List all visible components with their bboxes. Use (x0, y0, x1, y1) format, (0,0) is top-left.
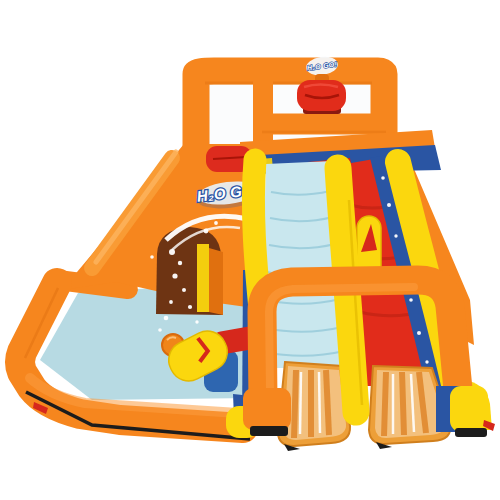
arch-foot-left (243, 388, 291, 430)
arch-foot-right-pad (455, 428, 487, 437)
splash-drop (188, 305, 192, 309)
splash-drop (172, 273, 177, 278)
splash-drop (169, 249, 175, 255)
splash-drop (195, 320, 198, 323)
product-photo: H₂O GO! (0, 0, 500, 500)
mat-tube-line (384, 372, 386, 436)
arch-inner-orange (209, 248, 223, 315)
water-drop (381, 176, 385, 180)
water-drop (425, 360, 428, 363)
splash-drop (169, 300, 173, 304)
splash-drop (214, 221, 218, 225)
splash-drop (158, 328, 162, 332)
splash-drop (178, 261, 182, 265)
water-park-illustration: H₂O GO! (0, 0, 500, 500)
water-drop (387, 203, 391, 207)
mat-shine (319, 372, 320, 433)
arch-foot-left-pad (250, 426, 288, 436)
water-drop (394, 234, 397, 237)
mat-tube-line (294, 370, 296, 438)
water-drop (409, 298, 413, 302)
mat-tube-line (402, 372, 404, 435)
mat-shine (300, 372, 301, 434)
splash-drop (182, 288, 186, 292)
arch-foot-right (450, 386, 488, 432)
splash-drop (164, 316, 169, 321)
splash-drop (150, 255, 154, 259)
mat-tube-line (326, 370, 329, 435)
splash-drop (204, 229, 209, 234)
water-drop (417, 331, 421, 335)
arch-inner-yellow (197, 244, 209, 312)
